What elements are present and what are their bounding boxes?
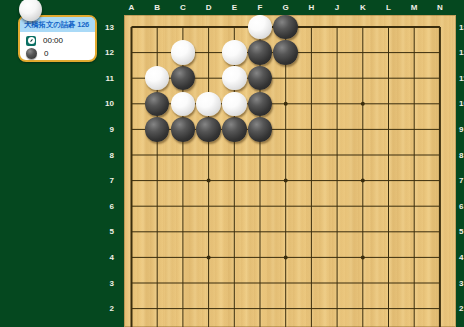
stone-black-G12[interactable]: [273, 40, 298, 65]
stone-black-F12[interactable]: [248, 40, 273, 65]
captures-row: 0: [26, 47, 90, 60]
col-label-E: E: [232, 1, 237, 14]
row-label-right-8: 8: [459, 149, 464, 162]
star-point-G10: [284, 102, 288, 106]
col-label-B: B: [154, 1, 160, 14]
stone-black-B9[interactable]: [145, 117, 170, 142]
col-label-C: C: [180, 1, 186, 14]
row-label-left-11: 11: [90, 72, 114, 85]
row-label-right-6: 6: [459, 200, 464, 213]
timer-row: 00:00: [26, 34, 90, 47]
row-label-left-8: 8: [90, 149, 114, 162]
col-label-F: F: [258, 1, 263, 14]
row-label-left-5: 5: [90, 225, 114, 238]
row-label-right-4: 4: [459, 251, 464, 264]
stone-black-F10[interactable]: [248, 92, 273, 117]
row-label-right-11: 11: [459, 72, 464, 85]
stone-black-F9[interactable]: [248, 117, 273, 142]
stone-black-D9[interactable]: [196, 117, 221, 142]
row-label-left-6: 6: [90, 200, 114, 213]
col-label-L: L: [386, 1, 391, 14]
col-label-H: H: [309, 1, 315, 14]
row-label-left-2: 2: [90, 302, 114, 315]
row-label-left-4: 4: [90, 251, 114, 264]
app-window: ABCDEFGHJKLMN131312121111101099887766554…: [0, 0, 464, 327]
stone-white-C10[interactable]: [171, 92, 196, 117]
clock-icon: [26, 36, 36, 46]
star-point-D7: [207, 179, 211, 183]
row-label-right-5: 5: [459, 225, 464, 238]
puzzle-info-panel: 大橋拓文の詰碁 126 00:00 0: [18, 15, 97, 62]
col-label-A: A: [129, 1, 135, 14]
timer-value: 00:00: [43, 36, 63, 45]
stone-white-E11[interactable]: [222, 66, 247, 91]
row-label-left-3: 3: [90, 277, 114, 290]
stone-black-E9[interactable]: [222, 117, 247, 142]
row-label-left-7: 7: [90, 174, 114, 187]
white-turn-indicator-stone: [19, 0, 42, 21]
col-label-N: N: [437, 1, 443, 14]
row-label-right-7: 7: [459, 174, 464, 187]
capture-count: 0: [44, 49, 48, 58]
col-label-M: M: [411, 1, 418, 14]
row-label-right-10: 10: [459, 97, 464, 110]
go-board[interactable]: [124, 15, 456, 327]
star-point-K7: [361, 179, 365, 183]
star-point-K10: [361, 102, 365, 106]
stone-white-D10[interactable]: [196, 92, 221, 117]
col-label-K: K: [360, 1, 366, 14]
col-label-J: J: [335, 1, 339, 14]
black-stone-icon: [26, 48, 37, 59]
row-label-left-9: 9: [90, 123, 114, 136]
star-point-K4: [361, 255, 365, 259]
star-point-D4: [207, 255, 211, 259]
star-point-G4: [284, 255, 288, 259]
stone-black-G13[interactable]: [273, 15, 298, 39]
row-label-right-9: 9: [459, 123, 464, 136]
row-label-right-12: 12: [459, 46, 464, 59]
row-label-right-13: 13: [459, 21, 464, 34]
col-label-D: D: [206, 1, 212, 14]
stone-black-C9[interactable]: [171, 117, 196, 142]
row-label-right-3: 3: [459, 277, 464, 290]
star-point-G7: [284, 179, 288, 183]
row-label-left-10: 10: [90, 97, 114, 110]
stone-white-E10[interactable]: [222, 92, 247, 117]
stone-white-E12[interactable]: [222, 40, 247, 65]
row-label-right-2: 2: [459, 302, 464, 315]
col-label-G: G: [283, 1, 289, 14]
stone-white-C12[interactable]: [171, 40, 196, 65]
